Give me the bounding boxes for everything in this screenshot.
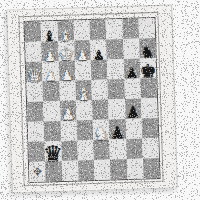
piece-white-pawn-b7[interactable]: ♟ [44, 50, 56, 63]
square-d1[interactable] [78, 160, 95, 181]
square-f4[interactable] [108, 99, 125, 120]
piece-white-pawn-c6[interactable]: ♟ [60, 69, 73, 83]
board-sheet: ♝♝♟♚♟♟♞♛♟♟♟♚♝♟♟♞♟♛✥ [6, 4, 178, 193]
square-b5[interactable] [43, 81, 60, 102]
piece-white-queen-a6[interactable]: ♛ [26, 66, 43, 85]
piece-black-pawn-g6[interactable]: ♟ [125, 67, 138, 81]
square-b3[interactable] [44, 121, 61, 142]
square-h3[interactable] [141, 118, 158, 139]
piece-white-king-c7[interactable]: ♚ [58, 46, 74, 64]
square-f6[interactable] [107, 59, 124, 80]
square-h8[interactable] [138, 18, 155, 39]
chess-board-grid: ♝♝♟♚♟♟♞♛♟♟♟♚♝♟♟♞♟♛✥ [24, 17, 161, 183]
square-g7[interactable] [123, 38, 140, 59]
piece-white-pawn-d7[interactable]: ♟ [76, 49, 88, 62]
square-f8[interactable] [106, 19, 123, 40]
square-d3[interactable] [76, 120, 93, 141]
square-f1[interactable] [110, 159, 127, 180]
square-a4[interactable] [27, 102, 44, 123]
square-d8[interactable] [73, 20, 90, 41]
corner-ornament-icon: ✥ [33, 166, 43, 177]
piece-white-knight-e3[interactable]: ♞ [92, 123, 110, 142]
square-g8[interactable] [122, 19, 139, 40]
square-g1[interactable] [126, 158, 143, 179]
piece-black-pawn-g4[interactable]: ♟ [126, 105, 140, 121]
square-h1[interactable] [143, 158, 160, 179]
piece-white-pawn-c4[interactable]: ♟ [61, 107, 75, 123]
square-g5[interactable] [124, 78, 141, 99]
piece-black-bishop-b8[interactable]: ♝ [43, 29, 56, 44]
square-e5[interactable] [91, 79, 108, 100]
square-g2[interactable] [126, 138, 143, 159]
square-h2[interactable] [142, 138, 159, 159]
square-f7[interactable] [106, 39, 123, 60]
square-b4[interactable] [43, 101, 60, 122]
piece-white-bishop-d5[interactable]: ♝ [76, 85, 92, 103]
square-c1[interactable] [61, 160, 78, 181]
square-c5[interactable] [59, 81, 76, 102]
piece-black-king-h6[interactable]: ♚ [139, 62, 156, 81]
square-f5[interactable] [108, 79, 125, 100]
square-e4[interactable] [92, 99, 109, 120]
piece-black-pawn-f3[interactable]: ♟ [110, 125, 125, 142]
square-a3[interactable] [28, 122, 45, 143]
square-c2[interactable] [61, 140, 78, 161]
piece-white-bishop-c8[interactable]: ♝ [59, 28, 72, 43]
square-h4[interactable] [141, 98, 158, 119]
piece-black-knight-h7[interactable]: ♞ [140, 45, 154, 61]
piece-black-queen-b2[interactable]: ♛ [43, 142, 64, 165]
square-e8[interactable] [90, 20, 107, 41]
square-a7[interactable] [25, 42, 42, 63]
square-d2[interactable] [77, 140, 94, 161]
piece-white-pawn-b6[interactable]: ♟ [44, 69, 57, 83]
square-a8[interactable] [25, 22, 42, 43]
chessboard-photo: { "game": "chess", "scene": { "descripti… [0, 0, 200, 200]
square-e1[interactable] [94, 159, 111, 180]
piece-black-pawn-e7[interactable]: ♟ [93, 48, 105, 61]
